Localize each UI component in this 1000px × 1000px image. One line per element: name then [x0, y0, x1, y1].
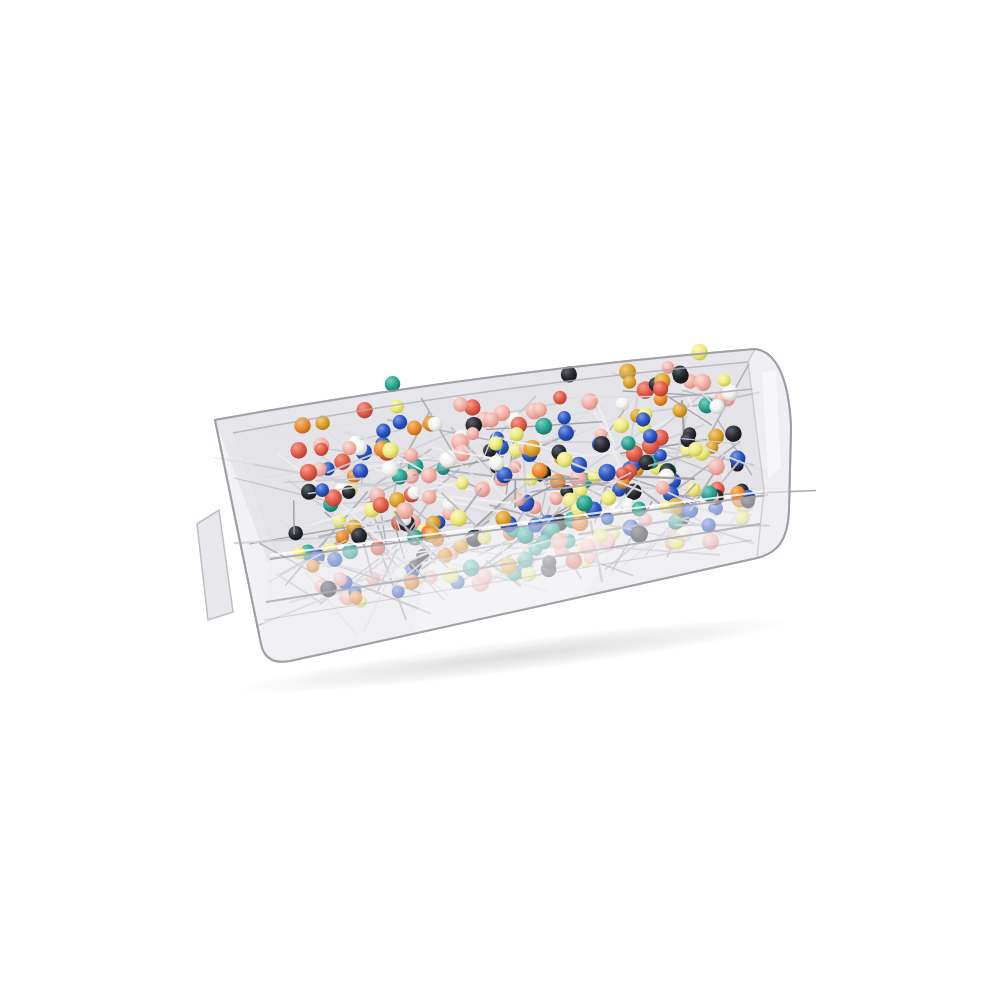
- pin-head-pale-yellow: [489, 436, 503, 450]
- pin-head-blue: [315, 483, 329, 497]
- pin-head-black: [301, 484, 317, 500]
- pin-head-pink: [453, 397, 468, 412]
- pin-head-pink: [421, 468, 437, 484]
- pin-head-pale-yellow: [557, 452, 573, 468]
- pin-head-pale-yellow: [686, 482, 701, 497]
- pin-head-pink: [422, 490, 437, 505]
- pin-head-pink: [708, 458, 725, 475]
- pin-head-pale-yellow: [390, 400, 404, 414]
- pin-head-pink: [404, 448, 418, 462]
- pin-head-white: [489, 455, 504, 470]
- pin-head-blue: [654, 449, 667, 462]
- pin-head-pale-yellow: [691, 344, 708, 361]
- pin-head-blue: [643, 429, 658, 444]
- pin-head-black: [639, 455, 654, 470]
- pin-head-white: [709, 399, 724, 414]
- pin-head-pink: [466, 427, 479, 440]
- pin-head-coral: [553, 391, 567, 405]
- pin-head-white: [407, 486, 420, 499]
- pin-head-coral: [290, 442, 307, 459]
- pin-box-illustration: [0, 0, 1000, 1000]
- pin-head-orange: [407, 421, 422, 436]
- pin-head-pink: [581, 393, 598, 410]
- pin-head-white: [382, 461, 399, 478]
- pin-head-pink: [656, 481, 670, 495]
- pin-head-blue: [353, 464, 369, 480]
- pin-head-pale-yellow: [450, 510, 467, 527]
- pin-head-black: [351, 528, 367, 544]
- pin-head-coral: [334, 454, 350, 470]
- pin-head-teal: [535, 418, 552, 435]
- pin-head-coral: [300, 464, 317, 481]
- pin-head-blue: [558, 411, 571, 424]
- pin-head-amber: [523, 440, 540, 457]
- pin-head-white: [428, 417, 443, 432]
- pin-head-black: [725, 425, 742, 442]
- pin-head-blue: [598, 464, 615, 481]
- pin-head-black: [288, 526, 303, 541]
- pin-head-teal: [621, 436, 635, 450]
- box-lid-lip: [197, 510, 233, 620]
- pin-head-teal: [576, 495, 592, 511]
- pin-head-pale-yellow: [456, 477, 469, 490]
- pin-head-pink: [533, 403, 547, 417]
- pin-head-coral: [315, 442, 329, 456]
- needle: [504, 479, 578, 480]
- pin-head-blue: [636, 412, 650, 426]
- pin-head-blue: [393, 415, 408, 430]
- pin-head-pale-yellow: [601, 490, 616, 505]
- pin-head-pink: [342, 441, 356, 455]
- pin-head-pale-yellow: [718, 373, 731, 386]
- product-photo: [0, 0, 1000, 1000]
- pin-head-coral: [616, 467, 629, 480]
- pin-head-blue: [376, 424, 390, 438]
- pin-head-black: [593, 436, 610, 453]
- pin-head-pale-yellow: [382, 442, 398, 458]
- pin-head-orange: [532, 462, 548, 478]
- pin-head-blue: [558, 425, 574, 441]
- pin-head-amber: [623, 376, 636, 389]
- pin-head-amber: [673, 403, 688, 418]
- pin-head-coral: [653, 381, 668, 396]
- pin-head-pink: [550, 492, 563, 505]
- needle: [563, 397, 655, 398]
- pin-head-coral: [373, 497, 389, 513]
- pin-head-pale-yellow: [509, 427, 523, 441]
- pin-head-pale-yellow: [688, 442, 703, 457]
- pin-head-white: [616, 397, 630, 411]
- pin-head-pink: [484, 412, 499, 427]
- pin-head-pale-yellow: [613, 418, 629, 434]
